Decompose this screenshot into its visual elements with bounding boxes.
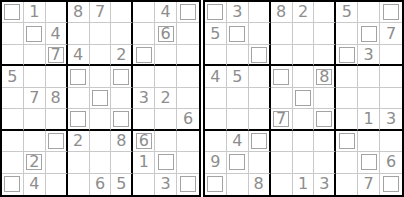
cell-r9c3[interactable] xyxy=(46,174,68,195)
cell-r7c1[interactable] xyxy=(205,131,227,152)
cell-r3c7[interactable] xyxy=(133,45,155,66)
cell-r8c9[interactable]: 6 xyxy=(380,152,402,173)
cell-r3c3[interactable] xyxy=(249,45,271,66)
cell-r2c5[interactable] xyxy=(293,23,315,44)
cell-r1c7[interactable]: 5 xyxy=(336,2,358,23)
cell-r8c3[interactable] xyxy=(249,152,271,173)
sudoku-grid-left: 187446742578326286214653 xyxy=(0,0,201,197)
cell-r9c9[interactable] xyxy=(380,174,402,195)
cell-r6c5[interactable] xyxy=(90,109,112,130)
cell-r5c5[interactable] xyxy=(90,88,112,109)
cell-r6c9[interactable]: 6 xyxy=(177,109,199,130)
cell-r1c1[interactable] xyxy=(205,2,227,23)
cell-r1c3[interactable] xyxy=(46,2,68,23)
cell-r5c6[interactable] xyxy=(314,88,336,109)
cell-r3c5[interactable] xyxy=(293,45,315,66)
cell-r9c1[interactable] xyxy=(2,174,24,195)
cell-r4c7[interactable] xyxy=(336,66,358,87)
cell-r5c7[interactable] xyxy=(336,88,358,109)
cell-r6c8[interactable] xyxy=(155,109,177,130)
diagonal-mark xyxy=(361,154,377,170)
diagonal-mark xyxy=(136,47,152,63)
cell-r7c2[interactable]: 4 xyxy=(227,131,249,152)
cell-r8c4[interactable] xyxy=(271,152,293,173)
cell-r7c5[interactable] xyxy=(293,131,315,152)
cell-r5c4[interactable] xyxy=(68,88,90,109)
diagonal-mark xyxy=(383,4,399,20)
cell-r9c6[interactable]: 5 xyxy=(111,174,133,195)
diagonal-mark xyxy=(383,176,399,192)
cell-r2c1[interactable]: 5 xyxy=(205,23,227,44)
cell-r8c5[interactable] xyxy=(293,152,315,173)
diagonal-mark xyxy=(113,111,129,127)
cell-r7c8[interactable] xyxy=(155,131,177,152)
cell-r4c4[interactable] xyxy=(68,66,90,87)
diagonal-mark: 2 xyxy=(26,154,42,170)
cell-r7c9[interactable] xyxy=(177,131,199,152)
cell-r4c4[interactable] xyxy=(271,66,293,87)
cell-r6c2[interactable] xyxy=(24,109,46,130)
cell-r3c7[interactable] xyxy=(336,45,358,66)
cell-r2c4[interactable] xyxy=(271,23,293,44)
cell-r6c3[interactable] xyxy=(249,109,271,130)
cell-r4c3[interactable] xyxy=(46,66,68,87)
cell-r6c7[interactable] xyxy=(336,109,358,130)
cell-r1c9[interactable] xyxy=(177,2,199,23)
diagonal-mark xyxy=(158,154,174,170)
diagonal-mark xyxy=(180,176,196,192)
cell-r3c6[interactable]: 2 xyxy=(111,45,133,66)
cell-r3c9[interactable] xyxy=(380,45,402,66)
cell-r6c9[interactable]: 3 xyxy=(380,109,402,130)
cell-r6c7[interactable] xyxy=(133,109,155,130)
cell-r7c1[interactable] xyxy=(2,131,24,152)
diagonal-mark xyxy=(339,47,355,63)
cell-r1c2[interactable]: 1 xyxy=(24,2,46,23)
cell-r9c9[interactable] xyxy=(177,174,199,195)
cell-r2c8[interactable]: 6 xyxy=(155,23,177,44)
cell-r8c5[interactable] xyxy=(90,152,112,173)
cell-r6c8[interactable]: 1 xyxy=(358,109,380,130)
cell-r1c4[interactable]: 8 xyxy=(68,2,90,23)
diagonal-mark xyxy=(26,26,42,42)
cell-r8c2[interactable] xyxy=(227,152,249,173)
cell-r1c5[interactable]: 2 xyxy=(293,2,315,23)
cell-r1c5[interactable]: 7 xyxy=(90,2,112,23)
cell-r4c5[interactable] xyxy=(293,66,315,87)
cell-r2c1[interactable] xyxy=(2,23,24,44)
cell-r9c3[interactable]: 8 xyxy=(249,174,271,195)
cell-r9c2[interactable]: 4 xyxy=(24,174,46,195)
diagonal-mark xyxy=(229,154,245,170)
cell-r9c4[interactable] xyxy=(68,174,90,195)
diagonal-mark xyxy=(92,90,108,106)
diagonal-mark: 7 xyxy=(273,111,289,127)
cell-r1c4[interactable]: 8 xyxy=(271,2,293,23)
cell-r5c8[interactable]: 2 xyxy=(155,88,177,109)
cell-r1c8[interactable] xyxy=(358,2,380,23)
cell-r5c3[interactable]: 8 xyxy=(46,88,68,109)
cell-r6c6[interactable] xyxy=(111,109,133,130)
diagonal-mark xyxy=(251,133,267,149)
cell-r6c2[interactable] xyxy=(227,109,249,130)
cell-r8c1[interactable]: 9 xyxy=(205,152,227,173)
cell-r9c7[interactable] xyxy=(336,174,358,195)
diagonal-mark xyxy=(316,111,332,127)
cell-r8c1[interactable] xyxy=(2,152,24,173)
cell-r4c5[interactable] xyxy=(90,66,112,87)
cell-r6c1[interactable] xyxy=(2,109,24,130)
diagonal-mark xyxy=(251,47,267,63)
sudoku-grid-right: 38255734587134968137 xyxy=(203,0,404,197)
cell-r2c7[interactable] xyxy=(133,23,155,44)
cell-r4c6[interactable] xyxy=(111,66,133,87)
cell-r7c4[interactable]: 2 xyxy=(68,131,90,152)
cell-r2c7[interactable] xyxy=(336,23,358,44)
cell-r7c7[interactable]: 6 xyxy=(133,131,155,152)
diagonal-mark xyxy=(4,176,20,192)
cell-r3c1[interactable] xyxy=(205,45,227,66)
cell-r6c4[interactable] xyxy=(68,109,90,130)
cell-r5c2[interactable] xyxy=(227,88,249,109)
cell-r5c6[interactable] xyxy=(111,88,133,109)
cell-r5c1[interactable] xyxy=(2,88,24,109)
cell-r3c4[interactable]: 4 xyxy=(68,45,90,66)
cell-r3c2[interactable] xyxy=(24,45,46,66)
cell-r7c4[interactable] xyxy=(271,131,293,152)
cell-r6c3[interactable] xyxy=(46,109,68,130)
diagonal-mark xyxy=(113,69,129,85)
cell-r6c5[interactable] xyxy=(293,109,315,130)
diagonal-mark: 8 xyxy=(316,69,332,85)
cell-r9c5[interactable]: 1 xyxy=(293,174,315,195)
diagonal-mark xyxy=(207,176,223,192)
cell-r7c9[interactable] xyxy=(380,131,402,152)
cell-r5c2[interactable]: 7 xyxy=(24,88,46,109)
cell-r8c4[interactable] xyxy=(68,152,90,173)
cell-r5c3[interactable] xyxy=(249,88,271,109)
cell-r9c1[interactable] xyxy=(205,174,227,195)
cell-r4c9[interactable] xyxy=(177,66,199,87)
cell-r4c2[interactable] xyxy=(24,66,46,87)
cell-r6c1[interactable] xyxy=(205,109,227,130)
cell-r8c8[interactable] xyxy=(155,152,177,173)
cell-r8c9[interactable] xyxy=(177,152,199,173)
cell-r5c9[interactable] xyxy=(380,88,402,109)
cell-r9c5[interactable]: 6 xyxy=(90,174,112,195)
cell-r4c6[interactable]: 8 xyxy=(314,66,336,87)
cell-r3c9[interactable] xyxy=(177,45,199,66)
cell-r1c3[interactable] xyxy=(249,2,271,23)
cell-r1c2[interactable]: 3 xyxy=(227,2,249,23)
cell-r2c2[interactable] xyxy=(227,23,249,44)
cell-r6c4[interactable]: 7 xyxy=(271,109,293,130)
cell-r2c6[interactable] xyxy=(111,23,133,44)
cell-r9c4[interactable] xyxy=(271,174,293,195)
cell-r7c5[interactable] xyxy=(90,131,112,152)
diagonal-mark xyxy=(273,69,289,85)
cell-r2c6[interactable] xyxy=(314,23,336,44)
cell-r4c9[interactable] xyxy=(380,66,402,87)
cell-r8c6[interactable] xyxy=(111,152,133,173)
cell-r1c9[interactable] xyxy=(380,2,402,23)
cell-r5c8[interactable] xyxy=(358,88,380,109)
cell-r7c6[interactable]: 8 xyxy=(111,131,133,152)
diagonal-mark: 7 xyxy=(48,47,64,63)
cell-r3c5[interactable] xyxy=(90,45,112,66)
cell-r8c2[interactable]: 2 xyxy=(24,152,46,173)
cell-r3c2[interactable] xyxy=(227,45,249,66)
cell-r2c3[interactable] xyxy=(249,23,271,44)
cell-r9c2[interactable] xyxy=(227,174,249,195)
sudoku-sheet: 187446742578326286214653 382557345871349… xyxy=(0,0,404,197)
cell-r1c8[interactable]: 4 xyxy=(155,2,177,23)
cell-r7c8[interactable] xyxy=(358,131,380,152)
cell-r7c7[interactable] xyxy=(336,131,358,152)
cell-r7c3[interactable] xyxy=(249,131,271,152)
cell-r9c8[interactable]: 7 xyxy=(358,174,380,195)
cell-r6c6[interactable] xyxy=(314,109,336,130)
cell-r4c8[interactable] xyxy=(358,66,380,87)
cell-r1c7[interactable] xyxy=(133,2,155,23)
diagonal-mark xyxy=(295,90,311,106)
cell-r2c2[interactable] xyxy=(24,23,46,44)
cell-r4c7[interactable] xyxy=(133,66,155,87)
cell-r9c7[interactable] xyxy=(133,174,155,195)
cell-r8c7[interactable]: 1 xyxy=(133,152,155,173)
diagonal-mark xyxy=(361,26,377,42)
diagonal-mark xyxy=(4,4,20,20)
cell-r8c8[interactable] xyxy=(358,152,380,173)
cell-r5c4[interactable] xyxy=(271,88,293,109)
cell-r4c2[interactable]: 5 xyxy=(227,66,249,87)
diagonal-mark: 6 xyxy=(136,133,152,149)
cell-r5c5[interactable] xyxy=(293,88,315,109)
diagonal-mark xyxy=(48,133,64,149)
diagonal-mark xyxy=(229,26,245,42)
cell-r4c3[interactable] xyxy=(249,66,271,87)
cell-r8c3[interactable] xyxy=(46,152,68,173)
cell-r2c8[interactable] xyxy=(358,23,380,44)
diagonal-mark: 6 xyxy=(158,26,174,42)
cell-r3c1[interactable] xyxy=(2,45,24,66)
diagonal-mark xyxy=(70,69,86,85)
diagonal-mark xyxy=(207,4,223,20)
cell-r5c9[interactable] xyxy=(177,88,199,109)
cell-r1c6[interactable] xyxy=(314,2,336,23)
cell-r5c7[interactable]: 3 xyxy=(133,88,155,109)
cell-r2c4[interactable] xyxy=(68,23,90,44)
cell-r4c1[interactable]: 4 xyxy=(205,66,227,87)
cell-r4c8[interactable] xyxy=(155,66,177,87)
cell-r2c9[interactable] xyxy=(177,23,199,44)
cell-r5c1[interactable] xyxy=(205,88,227,109)
cell-r4c1[interactable]: 5 xyxy=(2,66,24,87)
cell-r7c2[interactable] xyxy=(24,131,46,152)
diagonal-mark xyxy=(339,133,355,149)
cell-r8c6[interactable] xyxy=(314,152,336,173)
diagonal-mark xyxy=(180,4,196,20)
cell-r3c8[interactable]: 3 xyxy=(358,45,380,66)
cell-r7c3[interactable] xyxy=(46,131,68,152)
diagonal-mark xyxy=(70,111,86,127)
cell-r9c6[interactable]: 3 xyxy=(314,174,336,195)
cell-r3c4[interactable] xyxy=(271,45,293,66)
cell-r3c3[interactable]: 7 xyxy=(46,45,68,66)
cell-r7c6[interactable] xyxy=(314,131,336,152)
cell-r2c9[interactable]: 7 xyxy=(380,23,402,44)
cell-r1c6[interactable] xyxy=(111,2,133,23)
cell-r8c7[interactable] xyxy=(336,152,358,173)
cell-r3c6[interactable] xyxy=(314,45,336,66)
cell-r2c5[interactable] xyxy=(90,23,112,44)
cell-r3c8[interactable] xyxy=(155,45,177,66)
cell-r9c8[interactable]: 3 xyxy=(155,174,177,195)
cell-r2c3[interactable]: 4 xyxy=(46,23,68,44)
cell-r1c1[interactable] xyxy=(2,2,24,23)
